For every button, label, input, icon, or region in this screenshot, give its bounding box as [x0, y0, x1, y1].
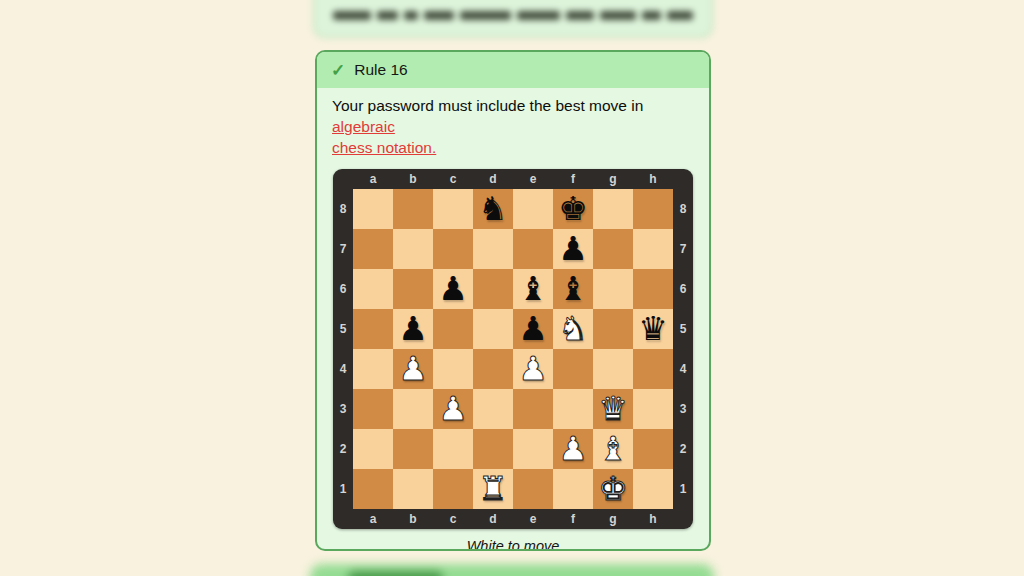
file-label-bottom-b: b: [393, 509, 433, 529]
square-b7: [393, 229, 433, 269]
rank-label-right-3: 3: [673, 389, 693, 429]
rule-card-header: ✓ Rule 16: [317, 52, 709, 88]
square-a5: [353, 309, 393, 349]
square-e2: [513, 429, 553, 469]
rank-label-left-3: 3: [333, 389, 353, 429]
square-b1: [393, 469, 433, 509]
square-g8: [593, 189, 633, 229]
previous-rule-card-blurred: [313, 0, 713, 38]
rank-label-left-5: 5: [333, 309, 353, 349]
square-e8: [513, 189, 553, 229]
square-d2: [473, 429, 513, 469]
rank-label-right-5: 5: [673, 309, 693, 349]
black-knight-d8: ♞: [473, 189, 513, 229]
rank-label-left-1: 1: [333, 469, 353, 509]
black-bishop-e6: ♝: [513, 269, 553, 309]
white-king-g1: ♚: [593, 469, 633, 509]
rank-label-right-7: 7: [673, 229, 693, 269]
square-e4: ♟: [513, 349, 553, 389]
square-a1: [353, 469, 393, 509]
square-h5: ♛: [633, 309, 673, 349]
rank-label-left-7: 7: [333, 229, 353, 269]
white-pawn-e4: ♟: [513, 349, 553, 389]
file-label-bottom-g: g: [593, 509, 633, 529]
black-queen-h5: ♛: [633, 309, 673, 349]
square-a2: [353, 429, 393, 469]
black-king-f8: ♚: [553, 189, 593, 229]
turn-caption: White to move: [332, 538, 694, 551]
white-pawn-f2: ♟: [553, 429, 593, 469]
file-label-bottom-d: d: [473, 509, 513, 529]
square-h3: [633, 389, 673, 429]
square-e3: [513, 389, 553, 429]
square-c7: [433, 229, 473, 269]
rank-label-left-4: 4: [333, 349, 353, 389]
square-b3: [393, 389, 433, 429]
board-corner: [333, 169, 353, 189]
white-rook-d1: ♜: [473, 469, 513, 509]
link-line-2: chess notation.: [332, 139, 436, 156]
file-label-top-b: b: [393, 169, 433, 189]
square-g7: [593, 229, 633, 269]
board-corner: [333, 509, 353, 529]
algebraic-notation-link[interactable]: algebraicchess notation.: [332, 118, 436, 156]
square-d8: ♞: [473, 189, 513, 229]
square-h2: [633, 429, 673, 469]
square-e6: ♝: [513, 269, 553, 309]
square-g3: ♛: [593, 389, 633, 429]
square-c3: ♟: [433, 389, 473, 429]
square-h4: [633, 349, 673, 389]
square-d7: [473, 229, 513, 269]
square-f8: ♚: [553, 189, 593, 229]
blurred-text-line: [333, 10, 693, 21]
black-bishop-f6: ♝: [553, 269, 593, 309]
file-label-top-f: f: [553, 169, 593, 189]
rank-label-right-2: 2: [673, 429, 693, 469]
square-a8: [353, 189, 393, 229]
file-label-bottom-f: f: [553, 509, 593, 529]
square-a4: [353, 349, 393, 389]
rank-label-left-2: 2: [333, 429, 353, 469]
square-d6: [473, 269, 513, 309]
rule-card-body: Your password must include the best move…: [317, 88, 709, 551]
square-c4: [433, 349, 473, 389]
square-b2: [393, 429, 433, 469]
file-label-top-e: e: [513, 169, 553, 189]
square-f6: ♝: [553, 269, 593, 309]
file-label-top-a: a: [353, 169, 393, 189]
square-f7: ♟: [553, 229, 593, 269]
square-h7: [633, 229, 673, 269]
square-f1: [553, 469, 593, 509]
file-label-top-c: c: [433, 169, 473, 189]
board-wrap: abcdefgh8♞♚87♟76♟♝♝65♟♟♞♛54♟♟43♟♛32♟♝21♜…: [332, 169, 694, 529]
square-f2: ♟: [553, 429, 593, 469]
white-pawn-b4: ♟: [393, 349, 433, 389]
file-label-bottom-h: h: [633, 509, 673, 529]
square-g1: ♚: [593, 469, 633, 509]
square-c5: [433, 309, 473, 349]
square-b5: ♟: [393, 309, 433, 349]
chess-board: abcdefgh8♞♚87♟76♟♝♝65♟♟♞♛54♟♟43♟♛32♟♝21♜…: [333, 169, 693, 529]
black-pawn-e5: ♟: [513, 309, 553, 349]
rank-label-right-8: 8: [673, 189, 693, 229]
rule-16-card: ✓ Rule 16 Your password must include the…: [315, 50, 711, 551]
board-corner: [673, 509, 693, 529]
square-e7: [513, 229, 553, 269]
square-g5: [593, 309, 633, 349]
file-label-bottom-e: e: [513, 509, 553, 529]
rank-label-left-6: 6: [333, 269, 353, 309]
square-g6: [593, 269, 633, 309]
square-f5: ♞: [553, 309, 593, 349]
square-a6: [353, 269, 393, 309]
next-rule-card-blurred: [310, 564, 714, 576]
rank-label-left-8: 8: [333, 189, 353, 229]
rule-title: Rule 16: [354, 61, 407, 79]
file-label-bottom-c: c: [433, 509, 473, 529]
square-c6: ♟: [433, 269, 473, 309]
black-pawn-c6: ♟: [433, 269, 473, 309]
square-e1: [513, 469, 553, 509]
black-pawn-f7: ♟: [553, 229, 593, 269]
rule-text: Your password must include the best move…: [332, 95, 694, 158]
white-queen-g3: ♛: [593, 389, 633, 429]
rule-text-prefix: Your password must include the best move…: [332, 97, 643, 114]
square-a3: [353, 389, 393, 429]
square-g2: ♝: [593, 429, 633, 469]
square-h8: [633, 189, 673, 229]
file-label-bottom-a: a: [353, 509, 393, 529]
white-pawn-c3: ♟: [433, 389, 473, 429]
square-d5: [473, 309, 513, 349]
white-bishop-g2: ♝: [593, 429, 633, 469]
rank-label-right-1: 1: [673, 469, 693, 509]
square-e5: ♟: [513, 309, 553, 349]
square-g4: [593, 349, 633, 389]
square-h1: [633, 469, 673, 509]
square-c8: [433, 189, 473, 229]
square-d3: [473, 389, 513, 429]
rank-label-right-6: 6: [673, 269, 693, 309]
square-c2: [433, 429, 473, 469]
board-corner: [673, 169, 693, 189]
file-label-top-d: d: [473, 169, 513, 189]
square-b6: [393, 269, 433, 309]
square-b4: ♟: [393, 349, 433, 389]
square-d1: ♜: [473, 469, 513, 509]
rank-label-right-4: 4: [673, 349, 693, 389]
square-b8: [393, 189, 433, 229]
link-line-1: algebraic: [332, 118, 395, 135]
square-f3: [553, 389, 593, 429]
square-c1: [433, 469, 473, 509]
file-label-top-h: h: [633, 169, 673, 189]
white-knight-f5: ♞: [553, 309, 593, 349]
square-h6: [633, 269, 673, 309]
check-icon: ✓: [331, 62, 345, 79]
blurred-header-text: [348, 571, 443, 576]
black-pawn-b5: ♟: [393, 309, 433, 349]
square-d4: [473, 349, 513, 389]
square-f4: [553, 349, 593, 389]
square-a7: [353, 229, 393, 269]
file-label-top-g: g: [593, 169, 633, 189]
